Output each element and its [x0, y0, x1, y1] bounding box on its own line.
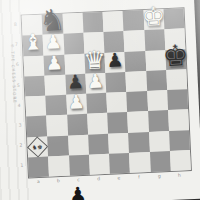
- square-g1[interactable]: [149, 151, 170, 172]
- square-b4[interactable]: [46, 95, 67, 116]
- square-a1[interactable]: [28, 156, 49, 177]
- piece-white-pawn[interactable]: ♟: [44, 32, 62, 52]
- square-f1[interactable]: [129, 152, 150, 173]
- piece-white-king[interactable]: ♚: [141, 3, 165, 30]
- square-b1[interactable]: [48, 155, 69, 176]
- square-e6[interactable]: ♟: [104, 51, 125, 72]
- square-h6[interactable]: ♚: [165, 49, 186, 70]
- square-a3[interactable]: [26, 116, 47, 137]
- square-c1[interactable]: [69, 154, 90, 175]
- file-label-b: b: [54, 178, 62, 183]
- vinyl-mat: ® THE CHESS STORE ♞♚♝♟♟♛♟♚♟♟♟♞♚ abcdefgh…: [0, 0, 200, 200]
- square-f2[interactable]: [128, 131, 149, 152]
- rank-label-8: 8: [14, 22, 17, 30]
- square-g2[interactable]: [149, 131, 170, 152]
- file-label-d: d: [95, 176, 103, 181]
- square-g8[interactable]: ♚: [143, 9, 164, 30]
- square-e3[interactable]: [107, 112, 128, 133]
- square-f7[interactable]: [124, 30, 145, 51]
- piece-white-pawn[interactable]: ♟: [67, 92, 85, 112]
- board-maker-emblem: ♞♚: [27, 136, 48, 157]
- square-d4[interactable]: [86, 93, 107, 114]
- square-h8[interactable]: [163, 8, 184, 29]
- square-f6[interactable]: [125, 51, 146, 72]
- square-a7[interactable]: ♝: [23, 35, 44, 56]
- rank-label-1: 1: [20, 163, 23, 171]
- chess-board[interactable]: ♞♚♝♟♟♛♟♚♟♟♟♞♚: [21, 7, 192, 178]
- photo-canvas: ® THE CHESS STORE ♞♚♝♟♟♛♟♚♟♟♟♞♚ abcdefgh…: [0, 0, 200, 200]
- piece-black-pawn[interactable]: ♟: [66, 72, 84, 92]
- piece-white-bishop[interactable]: ♝: [23, 31, 44, 54]
- square-d8[interactable]: [82, 12, 103, 33]
- square-h3[interactable]: [168, 109, 189, 130]
- square-e2[interactable]: [108, 132, 129, 153]
- rank-label-4: 4: [18, 103, 21, 111]
- file-label-h: h: [175, 172, 183, 177]
- square-e5[interactable]: [105, 72, 126, 93]
- rank-label-6: 6: [16, 62, 19, 70]
- square-a6[interactable]: [23, 55, 44, 76]
- square-c3[interactable]: [67, 114, 88, 135]
- file-label-a: a: [34, 179, 42, 184]
- rank-label-5: 5: [17, 82, 20, 90]
- square-a4[interactable]: [25, 96, 46, 117]
- square-f4[interactable]: [126, 91, 147, 112]
- square-f3[interactable]: [127, 111, 148, 132]
- square-h1[interactable]: [170, 150, 191, 171]
- square-b3[interactable]: [46, 115, 67, 136]
- square-d3[interactable]: [87, 113, 108, 134]
- square-e1[interactable]: [109, 153, 130, 174]
- piece-black-king[interactable]: ♚: [162, 41, 189, 71]
- piece-black-pawn[interactable]: ♟: [106, 50, 124, 70]
- square-b5[interactable]: [45, 74, 66, 95]
- rank-label-2: 2: [19, 143, 22, 151]
- square-h2[interactable]: [169, 130, 190, 151]
- piece-white-pawn[interactable]: ♟: [45, 53, 63, 73]
- square-g5[interactable]: [146, 70, 167, 91]
- square-c2[interactable]: [68, 134, 89, 155]
- square-d5[interactable]: ♟: [85, 73, 106, 94]
- captured-black-pawn: ♟: [68, 184, 87, 200]
- file-label-f: f: [135, 174, 143, 179]
- square-b2[interactable]: [47, 135, 68, 156]
- square-f5[interactable]: [126, 71, 147, 92]
- square-a2[interactable]: ♞♚: [27, 136, 48, 157]
- file-label-e: e: [115, 175, 123, 180]
- square-h4[interactable]: [167, 89, 188, 110]
- rank-label-7: 7: [15, 42, 18, 50]
- square-d1[interactable]: [89, 154, 110, 175]
- square-c4[interactable]: ♟: [66, 94, 87, 115]
- piece-white-pawn[interactable]: ♟: [87, 71, 105, 91]
- file-label-g: g: [155, 173, 163, 178]
- square-g3[interactable]: [148, 110, 169, 131]
- square-e8[interactable]: [103, 11, 124, 32]
- square-e4[interactable]: [106, 92, 127, 113]
- rank-label-3: 3: [19, 123, 22, 131]
- square-d2[interactable]: [88, 133, 109, 154]
- square-b6[interactable]: ♟: [44, 54, 65, 75]
- square-g4[interactable]: [147, 90, 168, 111]
- square-a5[interactable]: [24, 75, 45, 96]
